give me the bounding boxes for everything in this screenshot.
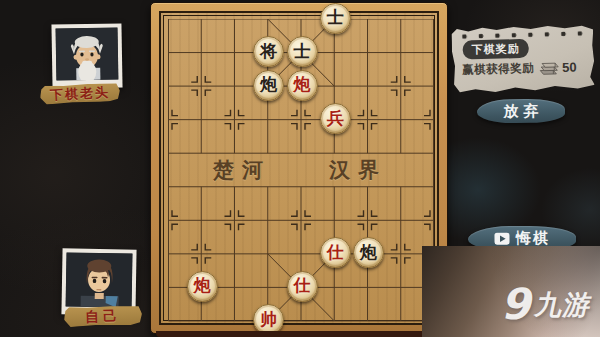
jiuyou-logo-text: 九游	[532, 287, 596, 323]
piece-red-advisor[interactable]: 仕	[320, 237, 351, 268]
self-portrait	[61, 248, 136, 315]
reward-description: 赢棋获得奖励	[462, 61, 534, 78]
piece-label: 帅	[260, 311, 277, 328]
give-up-button[interactable]: 放弃	[477, 98, 565, 124]
piece-red-soldier[interactable]: 兵	[320, 103, 351, 134]
piece-label: 仕	[294, 277, 311, 294]
piece-label: 仕	[327, 244, 344, 261]
piece-label: 士	[327, 9, 344, 26]
reward-amount: 50	[562, 60, 577, 75]
game-screen: 下棋老头 自己 楚河 汉界 士将士炮炮兵仕炮炮仕帅 下	[0, 0, 600, 337]
opponent-portrait	[51, 23, 122, 88]
xiangqi-board[interactable]: 楚河 汉界 士将士炮炮兵仕炮炮仕帅	[150, 2, 448, 334]
reward-title-badge: 下棋奖励	[462, 39, 528, 60]
board-base-shadow	[156, 331, 438, 337]
piece-black-advisor[interactable]: 士	[320, 3, 351, 34]
piece-label: 炮	[260, 76, 277, 93]
piece-label: 将	[260, 43, 277, 60]
piece-label: 炮	[360, 244, 377, 261]
opponent-name: 下棋老头	[50, 84, 111, 102]
piece-black-advisor[interactable]: 士	[287, 36, 318, 67]
self-name: 自己	[85, 307, 122, 324]
river-label-right: 汉界	[329, 156, 387, 184]
reward-note: 下棋奖励 赢棋获得奖励 50	[451, 24, 595, 94]
piece-label: 炮	[194, 277, 211, 294]
piece-label: 士	[294, 43, 311, 60]
river-label-left: 楚河	[213, 156, 271, 184]
young-man-avatar	[66, 252, 133, 307]
old-man-avatar	[56, 27, 119, 80]
money-stack-icon	[537, 60, 559, 76]
piece-red-advisor[interactable]: 仕	[287, 271, 318, 302]
piece-label: 兵	[327, 110, 344, 127]
video-play-icon	[494, 232, 510, 245]
jiuyou-watermark: 9 九游	[499, 283, 596, 326]
piece-label: 炮	[294, 76, 311, 93]
self-name-banner: 自己	[64, 305, 143, 328]
piece-red-cannon[interactable]: 炮	[287, 70, 318, 101]
piece-red-cannon[interactable]: 炮	[187, 271, 218, 302]
piece-black-cannon[interactable]: 炮	[253, 70, 284, 101]
give-up-label: 放弃	[498, 101, 543, 121]
